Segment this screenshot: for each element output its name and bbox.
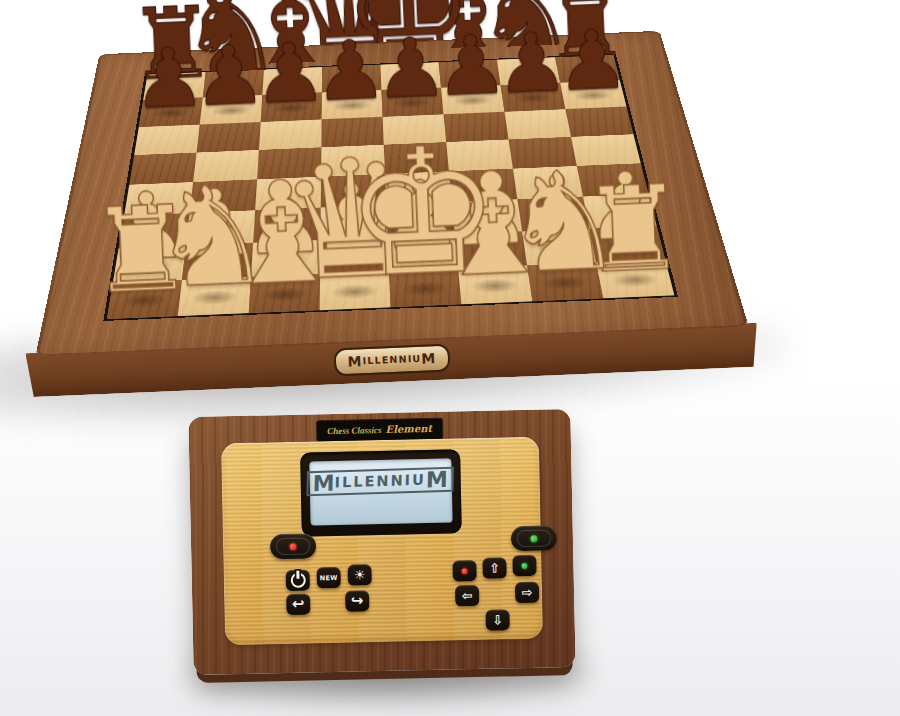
square-a6[interactable]	[134, 124, 200, 155]
model-label-script: Element	[385, 419, 432, 440]
square-g1[interactable]: ♞	[527, 263, 603, 302]
square-e1[interactable]: ♚	[389, 268, 461, 307]
sun-icon: ☀	[354, 568, 366, 581]
right-arrow-icon: ⇨	[522, 586, 533, 599]
up-arrow-icon: ⇧	[489, 562, 500, 575]
lcd-letter: M	[313, 472, 335, 495]
up-arrow-button[interactable]: ⇧	[482, 557, 506, 578]
new-game-button[interactable]: NEW	[317, 567, 341, 588]
square-b1[interactable]: ♞	[178, 277, 251, 316]
green-dot-icon	[521, 562, 527, 568]
brand-letter: M	[421, 351, 437, 366]
green-start-button[interactable]	[511, 525, 558, 551]
model-label-text: Chess Classics	[327, 420, 382, 441]
redo-arrow-icon: ↪	[351, 593, 364, 608]
brand-letters: ILLENNIU	[362, 354, 421, 366]
lcd-letters: ILLENNIU	[335, 473, 427, 490]
undo-arrow-icon: ↩	[292, 597, 305, 612]
white-knight[interactable]: ♞	[132, 170, 291, 306]
square-h7[interactable]: ♟	[560, 80, 626, 109]
white-knight[interactable]: ♞	[484, 156, 643, 292]
square-h6[interactable]	[565, 107, 633, 137]
red-stop-button[interactable]	[270, 533, 317, 559]
lcd-millennium-logo: MILLENNIUM	[307, 467, 455, 497]
green-dot-button[interactable]	[512, 555, 536, 576]
right-arrow-button[interactable]: ⇨	[515, 582, 539, 603]
power-icon	[290, 573, 305, 588]
light-button[interactable]: ☀	[347, 564, 371, 585]
left-arrow-button[interactable]: ⇦	[455, 585, 479, 606]
left-arrow-icon: ⇦	[462, 589, 473, 602]
white-king[interactable]: ♚	[341, 126, 502, 297]
square-g6[interactable]	[504, 109, 571, 139]
red-indicator-dot	[289, 543, 296, 550]
down-arrow-button[interactable]: ⇩	[485, 609, 509, 630]
chess-board: ♜♞♝♛♚♝♞♜♟♟♟♟♟♟♟♟♟♟♟♟♟♟♟♟♜♞♝♛♚♝♞♜	[35, 31, 748, 357]
redo-move-button[interactable]: ↪	[345, 590, 369, 611]
lcd-letter: M	[426, 468, 448, 491]
brand-letter: M	[347, 354, 363, 369]
red-dot-icon	[462, 568, 468, 574]
lcd-screen: MILLENNIUM	[309, 459, 452, 526]
square-b6[interactable]	[197, 122, 261, 153]
power-button[interactable]	[286, 570, 310, 591]
squares: ♜♞♝♛♚♝♞♜♟♟♟♟♟♟♟♟♟♟♟♟♟♟♟♟♜♞♝♛♚♝♞♜	[103, 54, 678, 321]
green-indicator-dot	[530, 535, 537, 542]
down-arrow-icon: ⇩	[492, 613, 503, 626]
black-pawn[interactable]: ♟	[525, 19, 661, 102]
red-dot-button[interactable]	[452, 560, 476, 581]
gold-control-panel: MILLENNIUM NEW ☀ ↩ ↪	[221, 437, 543, 646]
product-photo-scene: MILLENNIUM ♜♞♝♛♚♝♞♜♟♟♟♟♟♟♟♟♟♟♟♟♟♟♟♟♜♞♝♛♚…	[0, 0, 900, 716]
chess-computer-console: Chess Classics Element MILLENNIUM	[188, 409, 575, 675]
new-label: NEW	[320, 573, 338, 581]
lcd-bezel: MILLENNIUM	[300, 449, 462, 536]
millennium-brand-plate: MILLENNIUM	[333, 344, 450, 377]
undo-move-button[interactable]: ↩	[286, 594, 310, 615]
